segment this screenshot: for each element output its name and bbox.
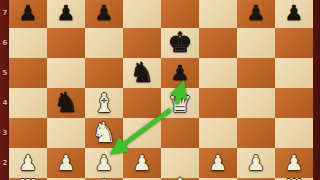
piece-white-pawn[interactable]: ♟	[237, 148, 275, 178]
square-h7[interactable]: ♟	[275, 0, 313, 28]
square-d3[interactable]	[123, 118, 161, 148]
square-g4[interactable]	[237, 88, 275, 118]
piece-white-pawn[interactable]: ♟	[47, 148, 85, 178]
square-h6[interactable]	[275, 28, 313, 58]
rank-label-7: 7	[1, 9, 9, 17]
square-d7[interactable]	[123, 0, 161, 28]
square-h1[interactable]: ♜	[275, 178, 313, 180]
square-c3[interactable]: ♞	[85, 118, 123, 148]
board-frame-left	[0, 0, 9, 180]
square-f5[interactable]	[199, 58, 237, 88]
square-h5[interactable]	[275, 58, 313, 88]
piece-black-knight[interactable]: ♞	[47, 88, 85, 118]
square-g6[interactable]	[237, 28, 275, 58]
rank-label-6: 6	[1, 39, 9, 47]
rank-label-5: 5	[1, 69, 9, 77]
square-f7[interactable]	[199, 0, 237, 28]
square-d4[interactable]	[123, 88, 161, 118]
square-a6[interactable]	[9, 28, 47, 58]
rank-label-4: 4	[1, 99, 9, 107]
piece-black-pawn[interactable]: ♟	[237, 0, 275, 28]
square-c6[interactable]	[85, 28, 123, 58]
square-h4[interactable]	[275, 88, 313, 118]
square-a3[interactable]	[9, 118, 47, 148]
rank-label-3: 3	[1, 129, 9, 137]
square-e5[interactable]: ♟	[161, 58, 199, 88]
piece-white-rook[interactable]: ♜	[9, 174, 47, 180]
square-d6[interactable]	[123, 28, 161, 58]
piece-white-rook[interactable]: ♜	[275, 174, 313, 180]
square-d1[interactable]	[123, 178, 161, 180]
piece-white-pawn[interactable]: ♟	[123, 148, 161, 178]
piece-black-pawn[interactable]: ♟	[161, 58, 199, 88]
square-f2[interactable]: ♟	[199, 148, 237, 178]
square-g2[interactable]: ♟	[237, 148, 275, 178]
square-f4[interactable]	[199, 88, 237, 118]
chess-board-screenshot: ♜♝♛♝♜♟♟♟♟♟♚♞♟♞♝♛♞♟♟♟♟♟♟♟♜♝♚♜ 87654321	[0, 0, 320, 180]
square-f6[interactable]	[199, 28, 237, 58]
rank-label-2: 2	[1, 159, 9, 167]
square-f3[interactable]	[199, 118, 237, 148]
piece-white-pawn[interactable]: ♟	[199, 148, 237, 178]
chess-board: ♜♝♛♝♜♟♟♟♟♟♚♞♟♞♝♛♞♟♟♟♟♟♟♟♜♝♚♜	[9, 0, 313, 180]
square-b3[interactable]	[47, 118, 85, 148]
square-e1[interactable]: ♚	[161, 178, 199, 180]
square-c1[interactable]: ♝	[85, 178, 123, 180]
piece-white-knight[interactable]: ♞	[85, 118, 123, 148]
square-e3[interactable]	[161, 118, 199, 148]
square-g5[interactable]	[237, 58, 275, 88]
piece-white-bishop[interactable]: ♝	[85, 174, 123, 180]
square-h3[interactable]	[275, 118, 313, 148]
square-a5[interactable]	[9, 58, 47, 88]
square-b5[interactable]	[47, 58, 85, 88]
square-a4[interactable]	[9, 88, 47, 118]
piece-white-king[interactable]: ♚	[161, 174, 199, 180]
square-e7[interactable]	[161, 0, 199, 28]
square-d2[interactable]: ♟	[123, 148, 161, 178]
square-f1[interactable]	[199, 178, 237, 180]
square-b6[interactable]	[47, 28, 85, 58]
square-b4[interactable]: ♞	[47, 88, 85, 118]
piece-black-pawn[interactable]: ♟	[9, 0, 47, 28]
square-b7[interactable]: ♟	[47, 0, 85, 28]
square-b1[interactable]	[47, 178, 85, 180]
square-e4[interactable]: ♛	[161, 88, 199, 118]
square-g7[interactable]: ♟	[237, 0, 275, 28]
piece-black-king[interactable]: ♚	[161, 28, 199, 58]
square-d5[interactable]: ♞	[123, 58, 161, 88]
square-g3[interactable]	[237, 118, 275, 148]
piece-black-pawn[interactable]: ♟	[275, 0, 313, 28]
square-g1[interactable]	[237, 178, 275, 180]
piece-white-queen[interactable]: ♛	[161, 88, 199, 118]
square-b2[interactable]: ♟	[47, 148, 85, 178]
piece-black-pawn[interactable]: ♟	[47, 0, 85, 28]
piece-black-pawn[interactable]: ♟	[85, 0, 123, 28]
square-a7[interactable]: ♟	[9, 0, 47, 28]
square-c4[interactable]: ♝	[85, 88, 123, 118]
square-a1[interactable]: ♜	[9, 178, 47, 180]
piece-white-bishop[interactable]: ♝	[85, 88, 123, 118]
square-c7[interactable]: ♟	[85, 0, 123, 28]
square-e6[interactable]: ♚	[161, 28, 199, 58]
piece-black-knight[interactable]: ♞	[123, 58, 161, 88]
board-frame-right	[313, 0, 320, 180]
square-c5[interactable]	[85, 58, 123, 88]
